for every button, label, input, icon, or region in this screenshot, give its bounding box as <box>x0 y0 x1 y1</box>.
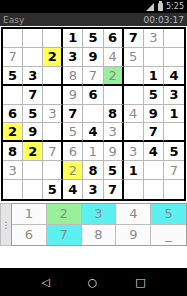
sudoku-cell-r6c3[interactable] <box>43 123 63 142</box>
sudoku-cell-r7c2[interactable]: 2 <box>23 142 43 161</box>
sudoku-cell-r1c3[interactable] <box>43 29 63 48</box>
sudoku-cell-r9c9[interactable] <box>164 180 184 199</box>
android-nav-bar: ◁ ○ □ <box>0 268 187 296</box>
sudoku-cell-r5c7[interactable]: 4 <box>124 105 144 124</box>
sudoku-cell-r7c9[interactable]: 5 <box>164 142 184 161</box>
sudoku-cell-r9c2[interactable] <box>23 180 43 199</box>
sudoku-cell-r4c8[interactable]: 5 <box>144 86 164 105</box>
numpad-button-1[interactable]: 1 <box>12 204 47 225</box>
sudoku-cell-r3c8[interactable]: 1 <box>144 67 164 86</box>
sudoku-cell-r5c4[interactable]: 7 <box>63 105 83 124</box>
numpad: 123456789_ <box>11 203 187 246</box>
sudoku-cell-r6c1[interactable]: 2 <box>3 123 23 142</box>
battery-icon <box>158 3 163 11</box>
sudoku-cell-r3c6[interactable]: 2 <box>104 67 124 86</box>
sudoku-cell-r6c8[interactable]: 7 <box>144 123 164 142</box>
sudoku-cell-r2c1[interactable]: 7 <box>3 48 23 67</box>
sudoku-cell-r2c2[interactable] <box>23 48 43 67</box>
game-timer: 00:03:17 <box>144 15 184 25</box>
sudoku-cell-r3c7[interactable] <box>124 67 144 86</box>
sudoku-cell-r4c7[interactable] <box>124 86 144 105</box>
sudoku-cell-r2c6[interactable]: 4 <box>104 48 124 67</box>
sudoku-cell-r3c3[interactable] <box>43 67 63 86</box>
numpad-button-7[interactable]: 7 <box>47 225 82 246</box>
sudoku-cell-r4c2[interactable]: 7 <box>23 86 43 105</box>
sudoku-cell-r9c7[interactable] <box>124 180 144 199</box>
sudoku-cell-r4c9[interactable]: 3 <box>164 86 184 105</box>
sudoku-cell-r2c5[interactable]: 9 <box>83 48 103 67</box>
numpad-panel: ⋮ 123456789_ <box>0 203 187 246</box>
numpad-button-6[interactable]: 6 <box>12 225 47 246</box>
sudoku-cell-r3c2[interactable]: 3 <box>23 67 43 86</box>
sudoku-cell-r8c9[interactable]: 7 <box>164 161 184 180</box>
sudoku-cell-r7c7[interactable]: 3 <box>124 142 144 161</box>
numpad-button-5[interactable]: 5 <box>151 204 186 225</box>
sudoku-cell-r5c6[interactable]: 8 <box>104 105 124 124</box>
sudoku-cell-r4c5[interactable]: 6 <box>83 86 103 105</box>
numpad-button-4[interactable]: 4 <box>116 204 151 225</box>
sudoku-cell-r4c1[interactable] <box>3 86 23 105</box>
sudoku-cell-r6c9[interactable] <box>164 123 184 142</box>
sudoku-cell-r1c7[interactable]: 7 <box>124 29 144 48</box>
sudoku-cell-r3c5[interactable]: 7 <box>83 67 103 86</box>
sudoku-cell-r1c4[interactable]: 1 <box>63 29 83 48</box>
sudoku-cell-r7c8[interactable]: 4 <box>144 142 164 161</box>
sudoku-cell-r9c6[interactable]: 7 <box>104 180 124 199</box>
signal-icon <box>146 3 154 11</box>
android-status-bar: 5:25 <box>0 0 187 13</box>
sudoku-cell-r4c3[interactable] <box>43 86 63 105</box>
sudoku-cell-r1c9[interactable] <box>164 29 184 48</box>
sudoku-cell-r4c6[interactable] <box>104 86 124 105</box>
sudoku-cell-r2c9[interactable] <box>164 48 184 67</box>
sudoku-cell-r9c4[interactable]: 4 <box>63 180 83 199</box>
sudoku-cell-r1c8[interactable]: 3 <box>144 29 164 48</box>
sudoku-cell-r5c8[interactable]: 9 <box>144 105 164 124</box>
sudoku-cell-r1c5[interactable]: 5 <box>83 29 103 48</box>
sudoku-cell-r6c5[interactable]: 4 <box>83 123 103 142</box>
sudoku-cell-r8c3[interactable] <box>43 161 63 180</box>
sudoku-cell-r2c7[interactable]: 5 <box>124 48 144 67</box>
sudoku-cell-r6c7[interactable] <box>124 123 144 142</box>
sudoku-cell-r8c6[interactable]: 5 <box>104 161 124 180</box>
sudoku-cell-r1c1[interactable] <box>3 29 23 48</box>
sudoku-cell-r3c1[interactable]: 5 <box>3 67 23 86</box>
sudoku-cell-r3c4[interactable]: 8 <box>63 67 83 86</box>
status-clock: 5:25 <box>166 0 184 13</box>
sudoku-cell-r7c1[interactable]: 8 <box>3 142 23 161</box>
home-icon[interactable]: ○ <box>88 277 98 288</box>
sudoku-cell-r9c8[interactable] <box>144 180 164 199</box>
sudoku-cell-r2c8[interactable] <box>144 48 164 67</box>
sudoku-cell-r8c1[interactable]: 3 <box>3 161 23 180</box>
sudoku-cell-r2c3[interactable]: 2 <box>43 48 63 67</box>
game-title-bar: Easy 00:03:17 <box>0 13 187 26</box>
sudoku-cell-r5c9[interactable]: 1 <box>164 105 184 124</box>
numpad-button-_[interactable]: _ <box>151 225 186 246</box>
sudoku-board: 1567372394553872147965365378491295437827… <box>1 27 186 201</box>
sudoku-cell-r7c5[interactable]: 1 <box>83 142 103 161</box>
drag-handle-icon[interactable]: ⋮ <box>0 203 11 246</box>
sudoku-cell-r8c7[interactable]: 1 <box>124 161 144 180</box>
sudoku-cell-r7c4[interactable]: 6 <box>63 142 83 161</box>
numpad-button-2[interactable]: 2 <box>47 204 82 225</box>
numpad-button-9[interactable]: 9 <box>116 225 151 246</box>
sudoku-cell-r7c3[interactable]: 7 <box>43 142 63 161</box>
sudoku-cell-r6c6[interactable]: 3 <box>104 123 124 142</box>
back-icon[interactable]: ◁ <box>41 277 49 288</box>
sudoku-cell-r1c6[interactable]: 6 <box>104 29 124 48</box>
numpad-button-3[interactable]: 3 <box>82 204 117 225</box>
sudoku-cell-r1c2[interactable] <box>23 29 43 48</box>
sudoku-cell-r9c3[interactable]: 5 <box>43 180 63 199</box>
sudoku-cell-r2c4[interactable]: 3 <box>63 48 83 67</box>
sudoku-cell-r8c4[interactable]: 2 <box>63 161 83 180</box>
sudoku-cell-r3c9[interactable]: 4 <box>164 67 184 86</box>
sudoku-cell-r6c2[interactable]: 9 <box>23 123 43 142</box>
sudoku-cell-r8c2[interactable] <box>23 161 43 180</box>
sudoku-cell-r6c4[interactable]: 5 <box>63 123 83 142</box>
sudoku-cell-r5c1[interactable]: 6 <box>3 105 23 124</box>
sudoku-cell-r9c5[interactable]: 3 <box>83 180 103 199</box>
sudoku-cell-r5c3[interactable]: 3 <box>43 105 63 124</box>
recents-icon[interactable]: □ <box>135 277 145 288</box>
numpad-button-8[interactable]: 8 <box>82 225 117 246</box>
sudoku-cell-r9c1[interactable] <box>3 180 23 199</box>
sudoku-cell-r8c5[interactable]: 8 <box>83 161 103 180</box>
sudoku-cell-r4c4[interactable]: 9 <box>63 86 83 105</box>
sudoku-cell-r5c2[interactable]: 5 <box>23 105 43 124</box>
sudoku-cell-r8c8[interactable] <box>144 161 164 180</box>
sudoku-cell-r7c6[interactable]: 9 <box>104 142 124 161</box>
difficulty-label: Easy <box>3 15 24 25</box>
sudoku-cell-r5c5[interactable] <box>83 105 103 124</box>
